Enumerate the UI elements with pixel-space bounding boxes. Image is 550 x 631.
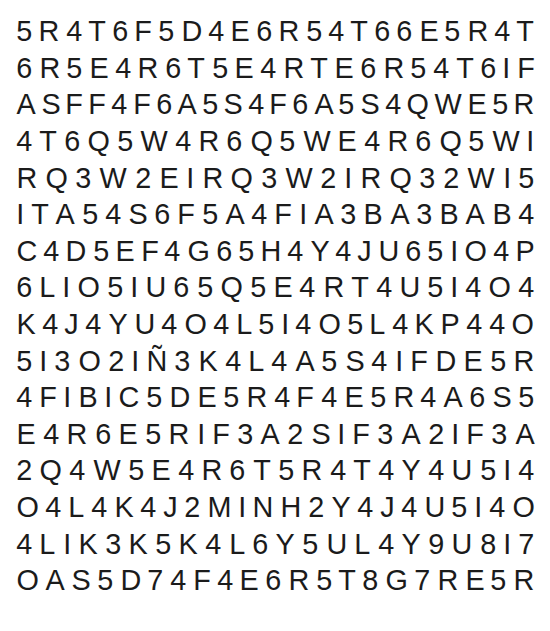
grid-cell[interactable]: Y — [108, 309, 127, 339]
grid-cell[interactable]: 5 — [82, 199, 98, 229]
grid-cell[interactable]: 6 — [155, 199, 171, 229]
grid-cell[interactable]: 2 — [16, 455, 32, 485]
grid-cell[interactable]: Y — [401, 529, 420, 559]
grid-cell[interactable]: 5 — [316, 565, 332, 595]
grid-cell[interactable]: T — [31, 199, 49, 229]
grid-cell[interactable]: C — [16, 236, 37, 266]
grid-cell[interactable]: R — [199, 126, 220, 156]
grid-cell[interactable]: E — [467, 89, 486, 119]
grid-cell[interactable]: R — [67, 419, 88, 449]
grid-cell[interactable]: 4 — [16, 529, 32, 559]
grid-cell[interactable]: I — [474, 492, 482, 522]
grid-cell[interactable]: 4 — [421, 382, 437, 412]
grid-cell[interactable]: F — [141, 236, 159, 266]
grid-cell[interactable]: 4 — [140, 492, 156, 522]
grid-cell[interactable]: 4 — [493, 236, 509, 266]
grid-cell[interactable]: Y — [331, 492, 350, 522]
grid-cell[interactable]: 5 — [238, 236, 254, 266]
grid-cell[interactable]: U — [134, 309, 155, 339]
grid-cell[interactable]: 4 — [321, 382, 337, 412]
grid-cell[interactable]: 2 — [184, 492, 200, 522]
grid-cell[interactable]: I — [299, 199, 307, 229]
grid-cell[interactable]: 5 — [445, 16, 461, 46]
grid-cell[interactable]: 8 — [363, 565, 379, 595]
grid-cell[interactable]: K — [179, 529, 198, 559]
grid-cell[interactable]: E — [240, 565, 259, 595]
grid-cell[interactable]: R — [302, 455, 323, 485]
grid-cell[interactable]: E — [231, 16, 250, 46]
grid-cell[interactable]: 5 — [452, 492, 468, 522]
grid-cell[interactable]: O — [489, 272, 511, 302]
grid-cell[interactable]: 5 — [427, 272, 443, 302]
grid-cell[interactable]: I — [238, 492, 246, 522]
grid-cell[interactable]: 6 — [112, 16, 128, 46]
grid-cell[interactable]: 4 — [518, 272, 534, 302]
grid-cell[interactable]: 5 — [339, 89, 355, 119]
grid-cell[interactable]: 4 — [428, 455, 444, 485]
grid-cell[interactable]: T — [351, 272, 369, 302]
grid-cell[interactable]: A — [444, 382, 463, 412]
grid-cell[interactable]: 4 — [105, 199, 121, 229]
grid-cell[interactable]: E — [344, 382, 363, 412]
grid-cell[interactable]: 4 — [217, 565, 233, 595]
grid-cell[interactable]: R — [388, 126, 409, 156]
grid-cell[interactable]: O — [78, 272, 100, 302]
grid-cell[interactable]: 5 — [197, 272, 213, 302]
grid-cell[interactable]: 4 — [115, 53, 131, 83]
grid-cell[interactable]: 6 — [230, 455, 246, 485]
grid-cell[interactable]: B — [439, 199, 458, 229]
grid-cell[interactable]: 4 — [208, 16, 224, 46]
grid-cell[interactable]: R — [169, 419, 190, 449]
grid-cell[interactable]: 4 — [288, 236, 304, 266]
grid-cell[interactable]: 4 — [357, 492, 373, 522]
grid-cell[interactable]: 5 — [370, 382, 386, 412]
grid-cell[interactable]: 6 — [95, 419, 111, 449]
grid-cell[interactable]: 3 — [105, 529, 121, 559]
grid-cell[interactable]: R — [138, 53, 159, 83]
grid-cell[interactable]: 3 — [416, 199, 432, 229]
grid-cell[interactable]: E — [89, 53, 108, 83]
grid-cell[interactable]: 8 — [480, 529, 496, 559]
grid-cell[interactable]: U — [452, 529, 473, 559]
grid-cell[interactable]: 5 — [428, 236, 444, 266]
grid-cell[interactable]: 7 — [415, 565, 431, 595]
grid-cell[interactable]: 4 — [170, 565, 186, 595]
grid-cell[interactable]: 5 — [159, 16, 175, 46]
grid-cell[interactable]: S — [360, 89, 379, 119]
grid-cell[interactable]: W — [468, 163, 495, 193]
grid-cell[interactable]: Q — [88, 126, 110, 156]
grid-cell[interactable]: R — [246, 382, 267, 412]
grid-cell[interactable]: W — [285, 163, 312, 193]
grid-cell[interactable]: I — [344, 163, 352, 193]
grid-cell[interactable]: R — [202, 163, 223, 193]
grid-cell[interactable]: H — [281, 492, 302, 522]
grid-cell[interactable]: I — [503, 529, 511, 559]
grid-cell[interactable]: 5 — [97, 565, 113, 595]
grid-cell[interactable]: I — [395, 346, 403, 376]
grid-cell[interactable]: 4 — [225, 346, 241, 376]
grid-cell[interactable]: T — [517, 16, 535, 46]
grid-cell[interactable]: R — [39, 53, 60, 83]
grid-cell[interactable]: 4 — [178, 455, 194, 485]
grid-cell[interactable]: Q — [40, 455, 62, 485]
grid-cell[interactable]: 2 — [308, 492, 324, 522]
grid-cell[interactable]: 4 — [91, 492, 107, 522]
grid-cell[interactable]: I — [503, 455, 511, 485]
grid-cell[interactable]: O — [16, 492, 38, 522]
grid-cell[interactable]: S — [311, 419, 330, 449]
grid-cell[interactable]: U — [399, 272, 420, 302]
grid-cell[interactable]: 2 — [287, 419, 303, 449]
grid-cell[interactable]: I — [131, 346, 139, 376]
grid-cell[interactable]: 6 — [416, 126, 432, 156]
grid-cell[interactable]: J — [65, 309, 79, 339]
grid-cell[interactable]: I — [451, 419, 459, 449]
grid-cell[interactable]: O — [512, 492, 534, 522]
grid-cell[interactable]: 6 — [406, 236, 422, 266]
grid-cell[interactable]: R — [513, 565, 534, 595]
grid-cell[interactable]: G — [187, 236, 209, 266]
grid-cell[interactable]: J — [380, 492, 394, 522]
grid-cell[interactable]: Q — [231, 163, 253, 193]
grid-cell[interactable]: D — [120, 565, 141, 595]
grid-cell[interactable]: A — [314, 199, 333, 229]
grid-cell[interactable]: 5 — [16, 346, 32, 376]
grid-cell[interactable]: U — [452, 455, 473, 485]
grid-cell[interactable]: R — [514, 346, 535, 376]
grid-cell[interactable]: 2 — [443, 163, 459, 193]
grid-cell[interactable]: W — [100, 163, 127, 193]
grid-cell[interactable]: E — [338, 126, 357, 156]
grid-cell[interactable]: I — [63, 382, 71, 412]
grid-cell[interactable]: Y — [276, 529, 295, 559]
grid-cell[interactable]: 4 — [330, 455, 346, 485]
grid-cell[interactable]: F — [275, 199, 293, 229]
grid-cell[interactable]: A — [390, 199, 409, 229]
grid-cell[interactable]: 4 — [66, 16, 82, 46]
grid-cell[interactable]: I — [16, 199, 24, 229]
grid-cell[interactable]: T — [456, 53, 474, 83]
grid-cell[interactable]: 3 — [341, 199, 357, 229]
grid-cell[interactable]: D — [181, 16, 202, 46]
grid-cell[interactable]: 4 — [300, 272, 316, 302]
grid-cell[interactable]: F — [89, 89, 107, 119]
grid-cell[interactable]: 5 — [16, 16, 32, 46]
grid-cell[interactable]: K — [415, 309, 434, 339]
grid-cell[interactable]: 4 — [465, 272, 481, 302]
grid-cell[interactable]: 6 — [470, 382, 486, 412]
grid-cell[interactable]: A — [295, 346, 314, 376]
grid-cell[interactable]: L — [40, 529, 56, 559]
grid-cell[interactable]: L — [40, 272, 56, 302]
grid-cell[interactable]: N — [253, 492, 274, 522]
grid-cell[interactable]: 6 — [480, 53, 496, 83]
grid-cell[interactable]: 4 — [364, 126, 380, 156]
grid-cell[interactable]: L — [69, 492, 85, 522]
grid-cell[interactable]: S — [72, 565, 91, 595]
grid-cell[interactable]: Y — [310, 236, 329, 266]
grid-cell[interactable]: 5 — [303, 529, 319, 559]
grid-cell[interactable]: 3 — [237, 419, 253, 449]
grid-cell[interactable]: 2 — [428, 419, 444, 449]
grid-cell[interactable]: 5 — [259, 309, 275, 339]
grid-cell[interactable]: 6 — [256, 16, 272, 46]
grid-cell[interactable]: W — [303, 126, 330, 156]
grid-cell[interactable]: L — [248, 346, 264, 376]
grid-cell[interactable]: T — [351, 16, 369, 46]
grid-cell[interactable]: K — [198, 346, 217, 376]
grid-cell[interactable]: K — [129, 529, 148, 559]
grid-cell[interactable]: L — [229, 529, 245, 559]
grid-cell[interactable]: 2 — [135, 163, 151, 193]
grid-cell[interactable]: 4 — [260, 53, 276, 83]
grid-cell[interactable]: U — [424, 492, 445, 522]
grid-cell[interactable]: 5 — [93, 236, 109, 266]
grid-cell[interactable]: F — [66, 89, 84, 119]
grid-cell[interactable]: A — [515, 419, 534, 449]
grid-cell[interactable]: U — [378, 236, 399, 266]
grid-cell[interactable]: E — [465, 565, 484, 595]
grid-cell[interactable]: U — [146, 272, 167, 302]
grid-cell[interactable]: 3 — [261, 163, 277, 193]
grid-cell[interactable]: Q — [389, 163, 411, 193]
grid-cell[interactable]: F — [39, 382, 57, 412]
grid-cell[interactable]: 5 — [519, 382, 535, 412]
grid-cell[interactable]: L — [354, 529, 370, 559]
grid-cell[interactable]: E — [197, 382, 216, 412]
grid-cell[interactable]: 5 — [117, 126, 133, 156]
grid-cell[interactable]: 6 — [252, 529, 268, 559]
grid-cell[interactable]: 4 — [70, 455, 86, 485]
grid-cell[interactable]: 4 — [518, 455, 534, 485]
grid-cell[interactable]: U — [326, 529, 347, 559]
grid-cell[interactable]: 4 — [328, 16, 344, 46]
grid-cell[interactable]: A — [178, 89, 197, 119]
grid-cell[interactable]: 4 — [378, 455, 394, 485]
grid-cell[interactable]: 5 — [202, 89, 218, 119]
grid-cell[interactable]: 2 — [321, 163, 337, 193]
grid-cell[interactable]: R — [283, 53, 304, 83]
grid-cell[interactable]: 4 — [175, 126, 191, 156]
grid-cell[interactable]: I — [450, 236, 458, 266]
grid-cell[interactable]: R — [513, 89, 534, 119]
grid-cell[interactable]: R — [288, 565, 309, 595]
grid-cell[interactable]: 5 — [202, 199, 218, 229]
grid-cell[interactable]: 4 — [376, 272, 392, 302]
grid-cell[interactable]: 4 — [401, 492, 417, 522]
grid-cell[interactable]: 4 — [86, 309, 102, 339]
grid-cell[interactable]: Q — [406, 89, 428, 119]
grid-cell[interactable]: 5 — [212, 53, 228, 83]
grid-cell[interactable]: 5 — [155, 529, 171, 559]
grid-cell[interactable]: 5 — [278, 455, 294, 485]
grid-cell[interactable]: 3 — [492, 419, 508, 449]
grid-cell[interactable]: Q — [45, 163, 67, 193]
grid-cell[interactable]: P — [515, 236, 534, 266]
grid-cell[interactable]: 4 — [252, 199, 268, 229]
grid-cell[interactable]: C — [119, 382, 140, 412]
grid-cell[interactable]: S — [41, 89, 60, 119]
grid-cell[interactable]: Q — [250, 126, 272, 156]
grid-cell[interactable]: 4 — [295, 309, 311, 339]
grid-cell[interactable]: 4 — [46, 492, 62, 522]
grid-cell[interactable]: 7 — [148, 565, 164, 595]
grid-cell[interactable]: 5 — [280, 126, 296, 156]
grid-cell[interactable]: T — [311, 53, 329, 83]
grid-cell[interactable]: E — [159, 163, 178, 193]
grid-cell[interactable]: E — [235, 53, 254, 83]
grid-cell[interactable]: T — [253, 455, 271, 485]
grid-cell[interactable]: E — [335, 53, 354, 83]
grid-cell[interactable]: 5 — [322, 346, 338, 376]
grid-cell[interactable]: H — [261, 236, 282, 266]
grid-cell[interactable]: 3 — [76, 163, 92, 193]
grid-cell[interactable]: E — [419, 16, 438, 46]
grid-cell[interactable]: I — [130, 272, 138, 302]
grid-cell[interactable]: W — [141, 126, 168, 156]
grid-cell[interactable]: 6 — [374, 16, 390, 46]
grid-cell[interactable]: 6 — [156, 89, 172, 119]
grid-cell[interactable]: I — [40, 346, 48, 376]
grid-cell[interactable]: E — [463, 346, 482, 376]
grid-cell[interactable]: 5 — [223, 382, 239, 412]
grid-cell[interactable]: 5 — [411, 53, 427, 83]
grid-cell[interactable]: M — [207, 492, 231, 522]
grid-cell[interactable]: A — [56, 199, 75, 229]
grid-cell[interactable]: 4 — [42, 309, 58, 339]
grid-cell[interactable]: A — [225, 199, 244, 229]
grid-cell[interactable]: A — [16, 89, 35, 119]
grid-cell[interactable]: I — [63, 272, 71, 302]
grid-cell[interactable]: I — [503, 163, 511, 193]
grid-cell[interactable]: Q — [220, 272, 242, 302]
grid-cell[interactable]: 6 — [165, 53, 181, 83]
grid-cell[interactable]: B — [492, 199, 511, 229]
grid-cell[interactable]: 4 — [248, 89, 264, 119]
grid-cell[interactable]: A — [466, 199, 485, 229]
grid-cell[interactable]: 4 — [372, 346, 388, 376]
grid-cell[interactable]: L — [236, 309, 252, 339]
grid-cell[interactable]: T — [353, 455, 371, 485]
grid-cell[interactable]: 3 — [420, 163, 436, 193]
grid-cell[interactable]: 6 — [64, 126, 80, 156]
grid-cell[interactable]: T — [88, 16, 106, 46]
grid-cell[interactable]: R — [360, 163, 381, 193]
grid-cell[interactable]: 5 — [469, 126, 485, 156]
grid-cell[interactable]: S — [345, 346, 364, 376]
grid-cell[interactable]: T — [188, 53, 206, 83]
grid-cell[interactable]: I — [186, 163, 194, 193]
grid-cell[interactable]: 5 — [490, 346, 506, 376]
grid-cell[interactable]: D — [435, 346, 456, 376]
grid-cell[interactable]: K — [114, 492, 133, 522]
grid-cell[interactable]: E — [115, 236, 134, 266]
grid-cell[interactable]: D — [66, 236, 87, 266]
grid-cell[interactable]: 6 — [174, 272, 190, 302]
grid-cell[interactable]: 9 — [428, 529, 444, 559]
grid-cell[interactable]: 4 — [162, 309, 178, 339]
grid-cell[interactable]: F — [133, 89, 151, 119]
grid-cell[interactable]: R — [323, 272, 344, 302]
grid-cell[interactable]: O — [318, 309, 340, 339]
grid-cell[interactable]: F — [178, 199, 196, 229]
grid-cell[interactable]: E — [16, 419, 35, 449]
grid-cell[interactable]: 4 — [433, 53, 449, 83]
grid-cell[interactable]: J — [358, 236, 372, 266]
grid-cell[interactable]: R — [16, 163, 37, 193]
grid-cell[interactable]: Ñ — [147, 346, 168, 376]
grid-cell[interactable]: R — [467, 16, 488, 46]
grid-cell[interactable]: 4 — [489, 309, 505, 339]
grid-cell[interactable]: 6 — [216, 236, 232, 266]
grid-cell[interactable]: 6 — [16, 53, 32, 83]
grid-cell[interactable]: K — [78, 529, 97, 559]
grid-cell[interactable]: L — [370, 309, 386, 339]
grid-cell[interactable]: 5 — [250, 272, 266, 302]
grid-cell[interactable]: J — [163, 492, 177, 522]
grid-cell[interactable]: W — [492, 126, 519, 156]
grid-cell[interactable]: 4 — [519, 199, 535, 229]
grid-cell[interactable]: I — [337, 419, 345, 449]
grid-cell[interactable]: A — [314, 89, 333, 119]
grid-cell[interactable]: R — [279, 16, 300, 46]
grid-cell[interactable]: 4 — [274, 382, 290, 412]
grid-cell[interactable]: 4 — [467, 309, 483, 339]
grid-cell[interactable]: 2 — [108, 346, 124, 376]
grid-cell[interactable]: 3 — [55, 346, 71, 376]
grid-cell[interactable]: F — [270, 89, 288, 119]
grid-cell[interactable]: 5 — [146, 382, 162, 412]
grid-cell[interactable]: I — [503, 53, 511, 83]
grid-cell[interactable]: I — [450, 272, 458, 302]
grid-cell[interactable]: D — [169, 382, 190, 412]
grid-cell[interactable]: I — [281, 309, 289, 339]
grid-cell[interactable]: A — [46, 565, 65, 595]
grid-cell[interactable]: I — [63, 529, 71, 559]
grid-cell[interactable]: O — [184, 309, 206, 339]
grid-cell[interactable]: 5 — [66, 53, 82, 83]
grid-cell[interactable]: S — [128, 199, 147, 229]
grid-cell[interactable]: 5 — [480, 455, 496, 485]
grid-cell[interactable]: O — [16, 565, 38, 595]
grid-cell[interactable]: I — [104, 382, 112, 412]
grid-cell[interactable]: B — [78, 382, 97, 412]
grid-cell[interactable]: F — [353, 419, 371, 449]
grid-cell[interactable]: R — [393, 382, 414, 412]
grid-cell[interactable]: 6 — [361, 53, 377, 83]
grid-cell[interactable]: E — [273, 272, 292, 302]
grid-cell[interactable]: 5 — [145, 419, 161, 449]
grid-cell[interactable]: 3 — [378, 419, 394, 449]
grid-cell[interactable]: 5 — [306, 16, 322, 46]
grid-cell[interactable]: Q — [439, 126, 461, 156]
grid-cell[interactable]: 6 — [397, 16, 413, 46]
grid-cell[interactable]: T — [40, 126, 58, 156]
grid-cell[interactable]: 4 — [16, 126, 32, 156]
grid-cell[interactable]: O — [512, 309, 534, 339]
grid-cell[interactable]: W — [435, 89, 462, 119]
grid-cell[interactable]: S — [492, 382, 511, 412]
grid-cell[interactable]: 5 — [491, 565, 507, 595]
grid-cell[interactable]: I — [527, 126, 535, 156]
grid-cell[interactable]: O — [464, 236, 486, 266]
grid-cell[interactable]: 4 — [43, 419, 59, 449]
grid-cell[interactable]: 4 — [378, 529, 394, 559]
grid-cell[interactable]: 6 — [16, 272, 32, 302]
grid-cell[interactable]: 4 — [44, 236, 60, 266]
